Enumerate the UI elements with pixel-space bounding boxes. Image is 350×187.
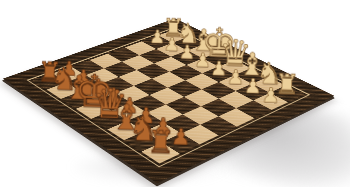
chess-board: ♜♞♝♚♛♝♞♜♟♟♟♟♟♟♟♟♟♟♟♟♟♟♟♟♜♞♝♚♛♝♞♜ [33, 30, 304, 164]
pawn-glyph: ♟ [194, 50, 212, 70]
pawn-glyph: ♟ [210, 58, 228, 78]
pawn-glyph: ♟ [226, 67, 244, 87]
maple-inlay-line: ♜♞♝♚♛♝♞♜♟♟♟♟♟♟♟♟♟♟♟♟♟♟♟♟♜♞♝♚♛♝♞♜ [27, 27, 311, 167]
square-a8[interactable]: ♜ [141, 142, 179, 163]
rook-glyph: ♜ [146, 126, 175, 158]
square-d4[interactable] [168, 80, 202, 96]
pawn-glyph: ♟ [243, 75, 262, 96]
chess-board-frame: ♜♞♝♚♛♝♞♜♟♟♟♟♟♟♟♟♟♟♟♟♟♟♟♟♜♞♝♚♛♝♞♜ [3, 18, 335, 183]
pawn-glyph: ♟ [178, 42, 195, 61]
product-photo-scene: ♜♞♝♚♛♝♞♜♟♟♟♟♟♟♟♟♟♟♟♟♟♟♟♟♜♞♝♚♛♝♞♜ [0, 0, 350, 187]
ebony-inlay-gap: ♜♞♝♚♛♝♞♜♟♟♟♟♟♟♟♟♟♟♟♟♟♟♟♟♜♞♝♚♛♝♞♜ [29, 28, 309, 166]
pawn-glyph: ♟ [261, 84, 280, 105]
